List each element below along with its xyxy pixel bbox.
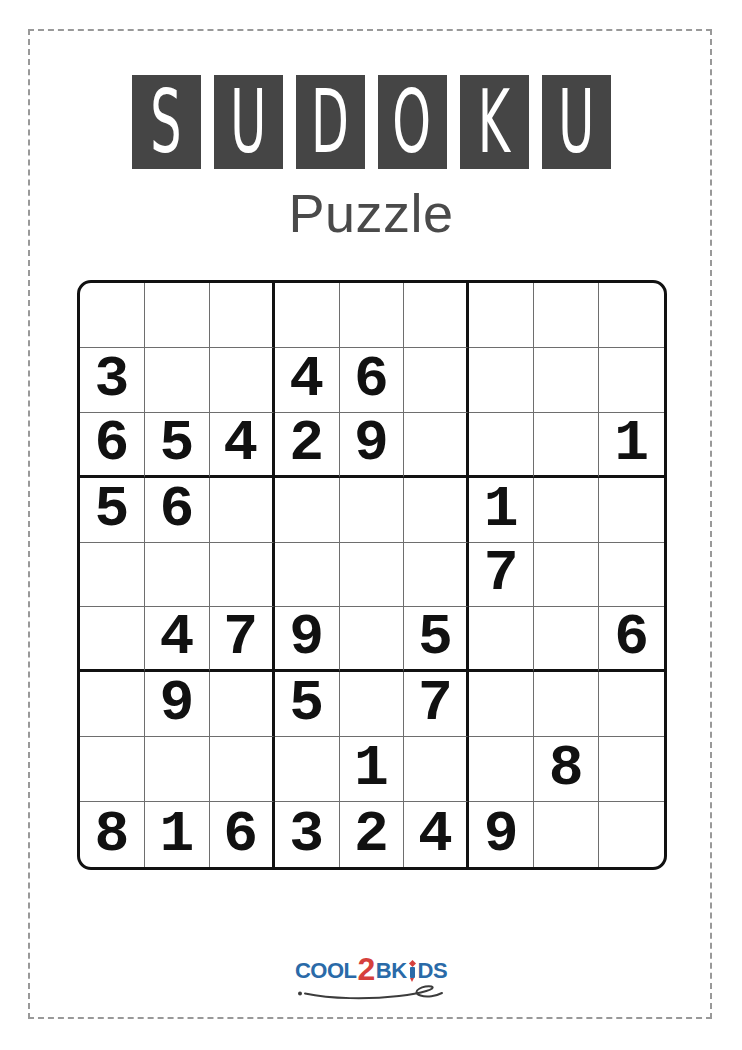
sudoku-cell-r2c7	[469, 348, 534, 413]
cool2bkids-logo-text: COOL 2 BK DS	[295, 956, 447, 982]
sudoku-cell-r9c9	[599, 802, 664, 867]
title-letter: U	[558, 78, 594, 166]
sudoku-cell-r8c4	[275, 737, 340, 802]
sudoku-cell-r2c2	[145, 348, 210, 413]
page-subtitle: Puzzle	[0, 182, 742, 244]
sudoku-cell-r6c7	[469, 607, 534, 672]
sudoku-cell-r1c3	[210, 283, 275, 348]
sudoku-cell-r2c6	[404, 348, 469, 413]
sudoku-cell-r6c5	[340, 607, 405, 672]
sudoku-cell-r5c9	[599, 543, 664, 608]
sudoku-cell-r6c6: 5	[404, 607, 469, 672]
sudoku-cell-r7c3	[210, 672, 275, 737]
sudoku-cell-r3c3: 4	[210, 413, 275, 478]
sudoku-cell-r4c7: 1	[469, 478, 534, 543]
title-letter-box: D	[296, 75, 365, 169]
sudoku-cell-r4c6	[404, 478, 469, 543]
sudoku-cell-r6c8	[534, 607, 599, 672]
sudoku-cell-r5c4	[275, 543, 340, 608]
sudoku-cell-r1c5	[340, 283, 405, 348]
sudoku-cell-r8c7	[469, 737, 534, 802]
sudoku-cell-r8c6	[404, 737, 469, 802]
sudoku-cell-r1c6	[404, 283, 469, 348]
sudoku-cell-r2c3	[210, 348, 275, 413]
logo-text-ds: DS	[418, 960, 448, 982]
title-letter-box: U	[542, 75, 611, 169]
sudoku-cell-r4c8	[534, 478, 599, 543]
sudoku-cell-r9c6: 4	[404, 802, 469, 867]
sudoku-cell-r7c9	[599, 672, 664, 737]
logo-text-cool: COOL	[295, 960, 357, 982]
sudoku-cell-r7c5	[340, 672, 405, 737]
sudoku-cell-r5c5	[340, 543, 405, 608]
sudoku-cell-r4c2: 6	[145, 478, 210, 543]
sudoku-cell-r6c2: 4	[145, 607, 210, 672]
sudoku-cell-r4c1: 5	[80, 478, 145, 543]
pencil-stem	[410, 967, 415, 978]
sudoku-cell-r5c6	[404, 543, 469, 608]
sudoku-cell-r8c3	[210, 737, 275, 802]
sudoku-cell-r1c7	[469, 283, 534, 348]
sudoku-cell-r3c5: 9	[340, 413, 405, 478]
sudoku-cell-r7c4: 5	[275, 672, 340, 737]
sudoku-cell-r9c5: 2	[340, 802, 405, 867]
sudoku-cell-r3c2: 5	[145, 413, 210, 478]
swirl-underline-icon	[296, 983, 446, 1000]
title-letter: S	[150, 78, 181, 166]
sudoku-cell-r2c5: 6	[340, 348, 405, 413]
title-letter: K	[478, 78, 510, 166]
logo-text-two: 2	[357, 956, 374, 982]
sudoku-cell-r3c4: 2	[275, 413, 340, 478]
sudoku-cell-r9c7: 9	[469, 802, 534, 867]
sudoku-cell-r7c2: 9	[145, 672, 210, 737]
sudoku-cell-r8c9	[599, 737, 664, 802]
sudoku-cell-r1c4	[275, 283, 340, 348]
title-letter: O	[393, 78, 432, 166]
sudoku-cell-r9c1: 8	[80, 802, 145, 867]
sudoku-cell-r2c1: 3	[80, 348, 145, 413]
sudoku-cell-r2c8	[534, 348, 599, 413]
sudoku-cell-r2c9	[599, 348, 664, 413]
title-letter-box: K	[460, 75, 529, 169]
sudoku-cell-r2c4: 4	[275, 348, 340, 413]
pencil-dot	[408, 960, 415, 967]
sudoku-cell-r4c5	[340, 478, 405, 543]
title-letter: D	[311, 78, 349, 166]
sudoku-cell-r7c1	[80, 672, 145, 737]
sudoku-cell-r8c8: 8	[534, 737, 599, 802]
sudoku-cell-r4c4	[275, 478, 340, 543]
sudoku-cell-r7c7	[469, 672, 534, 737]
sudoku-cell-r9c4: 3	[275, 802, 340, 867]
sudoku-cell-r7c8	[534, 672, 599, 737]
page-title: S U D O K U	[0, 75, 742, 169]
sudoku-cell-r4c9	[599, 478, 664, 543]
sudoku-cell-r5c7: 7	[469, 543, 534, 608]
title-letter-box: O	[378, 75, 447, 169]
sudoku-cell-r9c3: 6	[210, 802, 275, 867]
pencil-i-icon	[408, 961, 417, 982]
sudoku-cell-r5c2	[145, 543, 210, 608]
sudoku-cell-r3c1: 6	[80, 413, 145, 478]
sudoku-cell-r1c9	[599, 283, 664, 348]
sudoku-cell-r7c6: 7	[404, 672, 469, 737]
sudoku-cell-r6c9: 6	[599, 607, 664, 672]
title-letter-box: U	[214, 75, 283, 169]
sudoku-cell-r3c7	[469, 413, 534, 478]
title-letter: U	[230, 78, 266, 166]
sudoku-cell-r6c1	[80, 607, 145, 672]
sudoku-cell-r5c8	[534, 543, 599, 608]
title-letter-box: S	[132, 75, 201, 169]
pencil-tip	[410, 978, 414, 982]
printable-sudoku-page: S U D O K U Puzzle 346654291561747956957…	[0, 0, 742, 1050]
sudoku-cell-r1c2	[145, 283, 210, 348]
sudoku-grid: 346654291561747956957188163249	[77, 280, 667, 870]
sudoku-cell-r5c3	[210, 543, 275, 608]
sudoku-cell-r3c6	[404, 413, 469, 478]
sudoku-cell-r1c8	[534, 283, 599, 348]
sudoku-cell-r4c3	[210, 478, 275, 543]
logo-text-bk: BK	[376, 960, 407, 982]
sudoku-cell-r5c1	[80, 543, 145, 608]
sudoku-cell-r3c9: 1	[599, 413, 664, 478]
sudoku-cell-r3c8	[534, 413, 599, 478]
cool2bkids-logo: COOL 2 BK DS	[0, 956, 742, 1000]
sudoku-cell-r8c2	[145, 737, 210, 802]
sudoku-cell-r8c1	[80, 737, 145, 802]
sudoku-cell-r9c8	[534, 802, 599, 867]
sudoku-cell-r9c2: 1	[145, 802, 210, 867]
sudoku-cell-r8c5: 1	[340, 737, 405, 802]
sudoku-cell-r6c3: 7	[210, 607, 275, 672]
sudoku-cell-r1c1	[80, 283, 145, 348]
sudoku-cell-r6c4: 9	[275, 607, 340, 672]
